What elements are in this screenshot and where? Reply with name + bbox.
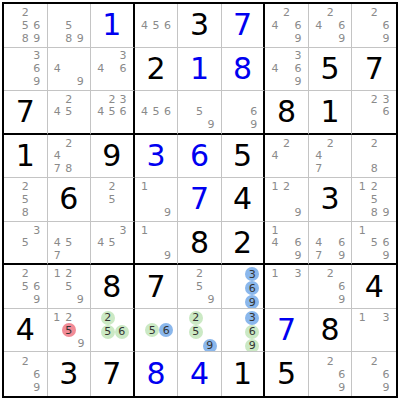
empty-slot [8,19,20,32]
candidate-2: 2 [368,137,380,150]
cell-r2c7[interactable]: 3469 [265,48,309,92]
empty-slot [313,32,325,45]
empty-slot [269,32,281,45]
empty-slot [31,180,43,193]
candidate-9: 9 [336,293,348,306]
cell-r7c3[interactable]: 8 [91,265,135,309]
candidate-9: 9 [336,381,348,394]
candidate-2: 2 [281,6,293,19]
candidate-5-highlight-green[interactable]: 5 [189,325,203,339]
cell-r8c5[interactable]: 259 [178,309,222,353]
empty-slot [75,249,87,262]
empty-slot [194,93,206,106]
cell-r5c5[interactable]: 7 [178,178,222,222]
solved-digit: 1 [190,54,209,84]
given-digit: 1 [233,359,252,389]
candidate-grid: 1259 [48,309,91,352]
empty-slot [182,280,194,293]
candidate-grid: 269 [352,4,396,47]
cell-r8c6[interactable]: 369 [222,309,266,353]
cell-r6c6[interactable]: 2 [222,222,266,266]
candidate-5-highlight-red[interactable]: 5 [62,323,76,337]
empty-slot [117,249,128,262]
empty-slot [356,193,368,206]
empty-slot [139,118,151,131]
empty-slot [8,236,20,249]
candidate-grid: 269 [352,352,396,396]
empty-slot [75,50,87,63]
candidate-7: 7 [52,162,64,175]
cell-r3c5[interactable]: 59 [178,91,222,135]
empty-slot [106,224,117,237]
candidate-6: 6 [292,236,304,249]
candidate-grid: 25689 [4,4,47,47]
candidate-1: 1 [356,224,368,237]
empty-slot [281,206,293,219]
empty-slot [237,118,248,131]
empty-slot [75,93,87,106]
empty-slot [380,224,392,237]
candidate-5-highlight-green[interactable]: 5 [101,325,115,339]
candidate-6-highlight-green[interactable]: 6 [245,325,259,339]
empty-slot [336,137,348,150]
cell-r6c8[interactable]: 4679 [309,222,353,266]
empty-slot [139,193,151,206]
empty-slot [236,267,246,281]
cell-r1c2[interactable]: 589 [48,4,92,48]
empty-slot [8,206,20,219]
cell-r6c2[interactable]: 457 [48,222,92,266]
candidate-8: 8 [368,206,380,219]
empty-slot [31,6,43,19]
empty-slot [281,50,293,63]
given-digit: 1 [321,97,340,127]
cell-r3c6[interactable]: 69 [222,91,266,135]
given-digit: 5 [277,359,296,389]
candidate-6: 6 [336,280,348,293]
empty-slot [356,236,368,249]
cell-r8c3[interactable]: 256 [91,309,135,353]
cell-r4c7[interactable]: 24 [265,135,309,179]
empty-slot [52,118,64,131]
candidate-grid: 12589 [352,178,396,221]
empty-slot [324,293,336,306]
empty-slot [8,280,20,293]
empty-slot [292,280,304,293]
empty-slot [162,193,174,206]
empty-slot [236,325,246,339]
given-digit: 7 [365,54,384,84]
candidate-6: 6 [31,62,43,75]
candidate-2: 2 [324,267,336,280]
candidate-2: 2 [324,6,336,19]
empty-slot [150,193,162,206]
empty-slot [269,193,281,206]
candidate-1: 1 [52,267,64,280]
cell-r2c6[interactable]: 8 [222,48,266,92]
candidate-slot-3: 3 [245,267,259,281]
empty-slot [205,280,217,293]
cell-r8c4[interactable]: 56 [135,309,179,353]
cell-r7c7[interactable]: 13 [265,265,309,309]
candidate-grid: 23456 [91,91,133,133]
cell-r9c4[interactable]: 8 [135,352,179,396]
cell-r4c3[interactable]: 9 [91,135,135,179]
candidate-4: 4 [269,62,281,75]
empty-slot [117,75,128,88]
empty-slot [31,193,43,206]
empty-slot [269,293,281,306]
cell-r5c9[interactable]: 12589 [352,178,396,222]
cell-r3c7[interactable]: 8 [265,91,309,135]
solved-digit: 1 [102,10,121,40]
empty-slot [139,32,151,45]
cell-r5c8[interactable]: 3 [309,178,353,222]
empty-slot [336,267,348,280]
empty-slot [356,137,368,150]
cell-r3c4[interactable]: 456 [135,91,179,135]
cell-r7c2[interactable]: 1259 [48,265,92,309]
cell-r1c9[interactable]: 269 [352,4,396,48]
cell-r1c7[interactable]: 2469 [265,4,309,48]
cell-r2c2[interactable]: 49 [48,48,92,92]
candidate-9: 9 [31,293,43,306]
cell-r6c9[interactable]: 1569 [352,222,396,266]
candidate-9: 9 [336,32,348,45]
candidate-6: 6 [31,19,43,32]
cell-r3c1[interactable]: 7 [4,91,48,135]
candidate-6: 6 [336,368,348,381]
candidate-grid: 13 [265,265,308,308]
empty-slot [236,339,246,353]
candidate-5: 5 [20,193,32,206]
empty-slot [281,150,293,163]
cell-r1c3[interactable]: 1 [91,4,135,48]
empty-slot [226,281,236,295]
candidate-3: 3 [31,50,43,63]
empty-slot [356,354,368,367]
candidate-4: 4 [269,19,281,32]
candidate-4: 4 [52,62,64,75]
cell-r8c1[interactable]: 4 [4,309,48,353]
cell-r1c8[interactable]: 2469 [309,4,353,48]
cell-r5c3[interactable]: 25 [91,178,135,222]
empty-slot [368,311,380,324]
candidate-grid: 259 [178,309,221,352]
empty-slot [336,150,348,163]
cell-r7c1[interactable]: 2569 [4,265,48,309]
cell-r9c5[interactable]: 4 [178,352,222,396]
cell-r3c8[interactable]: 1 [309,91,353,135]
candidate-2: 2 [20,354,32,367]
empty-slot [182,267,194,280]
candidate-slot-3: 3 [245,311,259,325]
candidate-7: 7 [52,249,64,262]
candidate-2: 2 [368,93,380,106]
empty-slot [356,381,368,394]
empty-slot [380,137,392,150]
candidate-grid: 19 [135,222,178,264]
cell-r5c4[interactable]: 19 [135,178,179,222]
empty-slot [292,150,304,163]
empty-slot [115,339,129,350]
empty-slot [324,368,336,381]
candidate-2: 2 [63,267,75,280]
cell-r9c1[interactable]: 269 [4,352,48,396]
candidate-3: 3 [117,93,128,106]
candidate-9-highlight-blue[interactable]: 9 [245,295,259,309]
given-digit: 8 [321,315,340,345]
cell-r5c2[interactable]: 6 [48,178,92,222]
empty-slot [269,50,281,63]
empty-slot [356,162,368,175]
empty-slot [182,118,194,131]
empty-slot [313,6,325,19]
candidate-6: 6 [162,106,174,119]
candidate-6: 6 [292,62,304,75]
cell-r6c7[interactable]: 1469 [265,222,309,266]
candidate-3: 3 [117,50,128,63]
candidate-slot-9: 9 [245,339,259,353]
cell-r6c1[interactable]: 35 [4,222,48,266]
candidate-grid: 247 [309,135,352,178]
solved-digit: 7 [190,184,209,214]
empty-slot [356,6,368,19]
empty-slot [95,180,106,193]
cell-r3c2[interactable]: 245 [48,91,92,135]
candidate-2: 2 [368,354,380,367]
candidate-6: 6 [336,19,348,32]
candidate-6: 6 [336,236,348,249]
candidate-8: 8 [20,206,32,219]
empty-slot [106,118,117,131]
cell-r2c9[interactable]: 7 [352,48,396,92]
candidate-grid: 369 [222,309,264,352]
candidate-6: 6 [380,236,392,249]
empty-slot [8,249,20,262]
cell-r4c8[interactable]: 247 [309,135,353,179]
solved-digit: 7 [277,315,296,345]
candidate-5-highlight-green[interactable]: 5 [145,323,159,337]
cell-r3c3[interactable]: 23456 [91,91,135,135]
cell-r1c1[interactable]: 25689 [4,4,48,48]
candidate-2-highlight-green[interactable]: 2 [101,311,115,325]
cell-r9c8[interactable]: 269 [309,352,353,396]
given-digit: 4 [233,184,252,214]
candidate-grid: 269 [309,265,352,308]
empty-slot [368,368,380,381]
empty-slot [75,6,87,19]
empty-slot [52,50,64,63]
cell-r4c4[interactable]: 3 [135,135,179,179]
cell-r4c2[interactable]: 2478 [48,135,92,179]
empty-slot [139,249,151,262]
candidate-grid: 259 [178,265,221,308]
empty-slot [292,293,304,306]
sudoku-screenshot: 2568958914563724692469269369493462183469… [0,0,400,400]
cell-r2c4[interactable]: 2 [135,48,179,92]
empty-slot [313,293,325,306]
empty-slot [368,324,380,337]
candidate-9: 9 [75,293,87,306]
empty-slot [8,293,20,306]
cell-r6c4[interactable]: 19 [135,222,179,266]
candidate-6-highlight-blue[interactable]: 6 [159,323,173,337]
candidate-1: 1 [356,180,368,193]
cell-r7c8[interactable]: 269 [309,265,353,309]
candidate-grid: 258 [4,178,47,221]
candidate-2: 2 [368,6,380,19]
candidate-7: 7 [313,249,325,262]
empty-slot [75,137,87,150]
empty-slot [281,193,293,206]
empty-slot [75,106,87,119]
empty-slot [205,106,217,119]
candidate-3: 3 [292,50,304,63]
candidate-grid: 346 [91,48,133,91]
empty-slot [248,93,259,106]
candidate-6: 6 [292,19,304,32]
cell-r9c3[interactable]: 7 [91,352,135,396]
cell-r2c1[interactable]: 369 [4,48,48,92]
empty-slot [106,62,117,75]
candidate-grid: 269 [4,352,47,396]
candidate-5: 5 [20,236,32,249]
candidate-8: 8 [368,162,380,175]
candidate-grid: 69 [222,91,264,133]
candidate-9: 9 [292,32,304,45]
cell-r4c6[interactable]: 5 [222,135,266,179]
empty-slot [336,162,348,175]
candidate-6-highlight-green[interactable]: 6 [115,325,129,339]
cell-r1c6[interactable]: 7 [222,4,266,48]
cell-r8c2[interactable]: 1259 [48,309,92,353]
empty-slot [380,324,392,337]
empty-slot [356,106,368,119]
candidate-1: 1 [269,267,281,280]
cell-r5c6[interactable]: 4 [222,178,266,222]
empty-slot [237,106,248,119]
empty-slot [75,267,87,280]
candidate-grid: 129 [265,178,308,221]
empty-slot [292,162,304,175]
cell-r5c1[interactable]: 258 [4,178,48,222]
empty-slot [63,6,75,19]
cell-r4c1[interactable]: 1 [4,135,48,179]
given-digit: 1 [16,141,35,171]
empty-slot [20,293,32,306]
candidate-3-highlight-blue[interactable]: 3 [245,267,259,281]
candidate-9-highlight-blue[interactable]: 9 [203,339,217,353]
cell-r8c9[interactable]: 13 [352,309,396,353]
empty-slot [52,93,64,106]
empty-slot [106,50,117,63]
cell-r4c5[interactable]: 6 [178,135,222,179]
cell-r2c3[interactable]: 346 [91,48,135,92]
candidate-grid: 1259 [48,265,91,308]
empty-slot [324,236,336,249]
cell-r7c5[interactable]: 259 [178,265,222,309]
candidate-slot-9: 9 [203,339,217,353]
cell-r9c9[interactable]: 269 [352,352,396,396]
cell-r3c9[interactable]: 236 [352,91,396,135]
empty-slot [150,236,162,249]
empty-slot [380,162,392,175]
empty-slot [101,339,115,350]
cell-r7c4[interactable]: 7 [135,265,179,309]
cell-r7c9[interactable]: 4 [352,265,396,309]
candidate-grid: 13 [352,309,396,352]
empty-slot [162,236,174,249]
empty-slot [313,224,325,237]
cell-r1c4[interactable]: 456 [135,4,179,48]
cell-r8c7[interactable]: 7 [265,309,309,353]
cell-r4c9[interactable]: 28 [352,135,396,179]
given-digit: 3 [321,184,340,214]
given-digit: 3 [190,10,209,40]
empty-slot [8,267,20,280]
candidate-2-highlight-green[interactable]: 2 [189,311,203,325]
empty-slot [162,93,174,106]
candidate-1: 1 [139,224,151,237]
empty-slot [380,180,392,193]
empty-slot [8,224,20,237]
candidate-2: 2 [281,180,293,193]
empty-slot [203,311,217,325]
empty-slot [20,50,32,63]
candidate-6: 6 [31,368,43,381]
candidate-4: 4 [139,19,151,32]
candidate-9: 9 [75,32,87,45]
candidate-2: 2 [324,354,336,367]
candidate-1: 1 [269,180,281,193]
cell-r7c6[interactable]: 369 [222,265,266,309]
empty-slot [95,75,106,88]
candidate-9: 9 [31,32,43,45]
empty-slot [368,19,380,32]
candidate-9-highlight-green[interactable]: 9 [245,339,259,353]
cell-r6c3[interactable]: 345 [91,222,135,266]
cell-r2c8[interactable]: 5 [309,48,353,92]
empty-slot [145,337,159,349]
candidate-slot-9: 9 [245,295,259,309]
solved-digit: 3 [146,141,165,171]
cell-r9c6[interactable]: 1 [222,352,266,396]
empty-slot [368,249,380,262]
candidate-6-highlight-blue[interactable]: 6 [245,281,259,295]
cell-r5c7[interactable]: 129 [265,178,309,222]
empty-slot [139,6,151,19]
candidate-8: 8 [63,162,75,175]
candidate-slot-5: 5 [145,323,159,337]
empty-slot [162,6,174,19]
candidate-5: 5 [194,280,206,293]
empty-slot [368,224,380,237]
given-digit: 7 [102,359,121,389]
empty-slot [8,50,20,63]
candidate-3-highlight-blue[interactable]: 3 [245,311,259,325]
candidate-4: 4 [95,62,106,75]
candidate-9: 9 [292,206,304,219]
cell-r1c5[interactable]: 3 [178,4,222,48]
cell-r6c5[interactable]: 8 [178,222,222,266]
cell-r9c7[interactable]: 5 [265,352,309,396]
cell-r8c8[interactable]: 8 [309,309,353,353]
cell-r9c2[interactable]: 3 [48,352,92,396]
cell-r2c5[interactable]: 1 [178,48,222,92]
candidate-grid: 456 [135,4,178,47]
empty-slot [182,106,194,119]
